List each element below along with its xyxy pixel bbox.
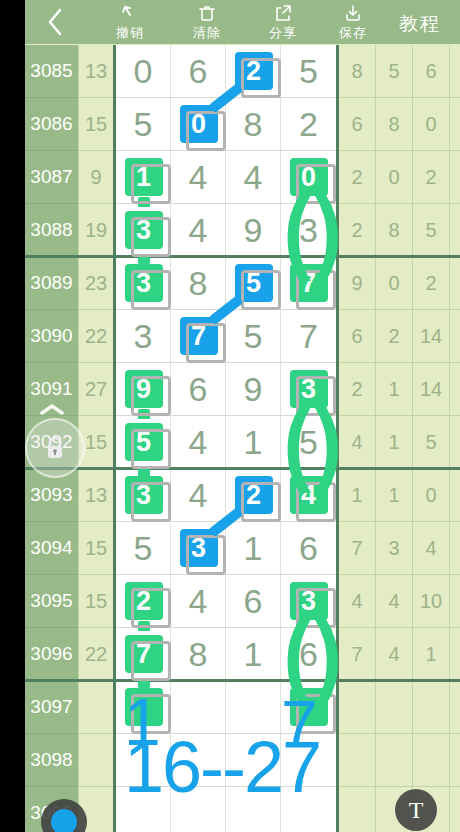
digit-cell[interactable] bbox=[281, 257, 336, 310]
digit-cell[interactable] bbox=[171, 310, 226, 363]
issue-number: 3086 bbox=[25, 98, 78, 151]
undo-button[interactable]: 撤销 bbox=[98, 3, 162, 42]
digit-cell[interactable] bbox=[116, 363, 171, 416]
digit-cell[interactable] bbox=[281, 575, 336, 628]
save-label: 保存 bbox=[321, 24, 385, 42]
stat-cell bbox=[376, 734, 413, 787]
digit-cell[interactable] bbox=[171, 522, 226, 575]
sum-value: 13 bbox=[78, 45, 113, 98]
digit-cell[interactable]: 1 bbox=[226, 416, 281, 469]
issue-number: 3091 bbox=[25, 363, 78, 416]
stat-cell: 0 bbox=[413, 98, 450, 151]
digit-cell[interactable]: 4 bbox=[171, 204, 226, 257]
digit-cell[interactable] bbox=[116, 151, 171, 204]
digit-cell[interactable]: 9 bbox=[226, 204, 281, 257]
stat-cell: 2 bbox=[339, 363, 376, 416]
trend-chart-grid: 3085130658563086155826803087944202308819… bbox=[25, 45, 460, 832]
digit-cell[interactable] bbox=[116, 204, 171, 257]
digit-cell[interactable] bbox=[116, 469, 171, 522]
digit-cell[interactable]: 6 bbox=[171, 363, 226, 416]
chevron-left-icon bbox=[45, 7, 65, 37]
stat-cell: 0 bbox=[413, 469, 450, 522]
issue-number: 3089 bbox=[25, 257, 78, 310]
stat-cell: 2 bbox=[413, 257, 450, 310]
sum-value: 27 bbox=[78, 363, 113, 416]
issue-number: 3095 bbox=[25, 575, 78, 628]
blue-color-dot bbox=[51, 809, 77, 832]
chart-row: 308513065856 bbox=[25, 45, 460, 98]
digit-cell[interactable]: 9 bbox=[226, 363, 281, 416]
cut-column-stub bbox=[450, 734, 460, 787]
digit-cell[interactable] bbox=[171, 98, 226, 151]
digit-cell[interactable] bbox=[226, 45, 281, 98]
stat-cell: 1 bbox=[339, 469, 376, 522]
digit-cell[interactable] bbox=[226, 734, 281, 787]
digit-cell[interactable]: 1 bbox=[226, 522, 281, 575]
chart-row: 309127692114 bbox=[25, 363, 460, 416]
back-button[interactable] bbox=[45, 7, 65, 37]
sum-value bbox=[78, 681, 113, 734]
sum-value: 15 bbox=[78, 575, 113, 628]
stat-cell: 8 bbox=[339, 45, 376, 98]
stat-cell: 6 bbox=[339, 310, 376, 363]
cut-column-stub bbox=[450, 204, 460, 257]
chart-row: 308819493285 bbox=[25, 204, 460, 257]
stat-cell bbox=[413, 734, 450, 787]
stat-cell: 1 bbox=[376, 469, 413, 522]
stat-cell: 4 bbox=[339, 575, 376, 628]
digit-cell[interactable] bbox=[226, 257, 281, 310]
stat-cell: 5 bbox=[413, 416, 450, 469]
sum-value: 15 bbox=[78, 98, 113, 151]
clear-button[interactable]: 清除 bbox=[175, 3, 239, 42]
stat-cell: 2 bbox=[339, 151, 376, 204]
digit-cell[interactable] bbox=[116, 628, 171, 681]
issue-number: 3085 bbox=[25, 45, 78, 98]
save-button[interactable]: 保存 bbox=[321, 3, 385, 42]
chart-row: 3087944202 bbox=[25, 151, 460, 204]
chart-row: 309415516734 bbox=[25, 522, 460, 575]
issue-number: 3096 bbox=[25, 628, 78, 681]
cut-column-stub bbox=[450, 151, 460, 204]
stat-cell: 9 bbox=[339, 257, 376, 310]
top-toolbar: 撤销 清除 分享 保存 教程 bbox=[25, 0, 460, 44]
sum-value: 23 bbox=[78, 257, 113, 310]
chart-row: 3090223576214 bbox=[25, 310, 460, 363]
digit-cell[interactable]: 4 bbox=[171, 416, 226, 469]
cut-column-stub bbox=[450, 310, 460, 363]
issue-number: 3088 bbox=[25, 204, 78, 257]
stat-cell: 2 bbox=[339, 204, 376, 257]
stat-cell: 0 bbox=[376, 257, 413, 310]
digit-cell[interactable] bbox=[281, 681, 336, 734]
chart-row: 3098 bbox=[25, 734, 460, 787]
share-label: 分享 bbox=[251, 24, 315, 42]
cut-column-stub bbox=[450, 628, 460, 681]
digit-cell[interactable] bbox=[281, 787, 336, 832]
digit-cell[interactable] bbox=[226, 787, 281, 832]
stat-cell: 4 bbox=[376, 628, 413, 681]
stat-cell: 4 bbox=[339, 416, 376, 469]
digit-cell[interactable] bbox=[116, 257, 171, 310]
lock-button[interactable] bbox=[25, 418, 85, 478]
digit-cell[interactable]: 3 bbox=[281, 204, 336, 257]
cut-column-stub bbox=[450, 681, 460, 734]
digit-cell[interactable] bbox=[116, 575, 171, 628]
digit-cell[interactable]: 8 bbox=[171, 628, 226, 681]
app-screen: 撤销 清除 分享 保存 教程 3085130658563086155826803… bbox=[0, 0, 460, 832]
stat-cell bbox=[413, 681, 450, 734]
sum-value bbox=[78, 734, 113, 787]
chart-row: 308615582680 bbox=[25, 98, 460, 151]
cut-column-stub bbox=[450, 257, 460, 310]
stat-cell: 14 bbox=[413, 363, 450, 416]
text-tool-label: T bbox=[409, 797, 424, 824]
digit-cell[interactable]: 1 bbox=[226, 628, 281, 681]
chart-row: 309515464410 bbox=[25, 575, 460, 628]
digit-cell[interactable]: 2 bbox=[281, 98, 336, 151]
cut-column-stub bbox=[450, 575, 460, 628]
save-icon bbox=[343, 3, 363, 23]
digit-cell[interactable]: 6 bbox=[226, 575, 281, 628]
chart-row: 3093134110 bbox=[25, 469, 460, 522]
digit-cell[interactable]: 4 bbox=[226, 151, 281, 204]
digit-cell[interactable] bbox=[171, 681, 226, 734]
digit-cell[interactable] bbox=[116, 416, 171, 469]
digit-cell[interactable]: 5 bbox=[116, 522, 171, 575]
issue-number: 3097 bbox=[25, 681, 78, 734]
cut-column-stub bbox=[450, 363, 460, 416]
text-tool-button[interactable]: T bbox=[395, 789, 437, 831]
digit-cell[interactable]: 6 bbox=[281, 522, 336, 575]
stat-cell: 6 bbox=[413, 45, 450, 98]
sum-value: 9 bbox=[78, 151, 113, 204]
chart-row: 309215415415 bbox=[25, 416, 460, 469]
stat-cell bbox=[339, 787, 376, 832]
digit-cell[interactable] bbox=[171, 734, 226, 787]
digit-cell[interactable]: 8 bbox=[171, 257, 226, 310]
digit-cell[interactable]: 8 bbox=[226, 98, 281, 151]
stat-cell bbox=[339, 681, 376, 734]
undo-icon bbox=[120, 3, 140, 23]
digit-cell[interactable]: 5 bbox=[226, 310, 281, 363]
issue-number: 3087 bbox=[25, 151, 78, 204]
stat-cell: 2 bbox=[413, 151, 450, 204]
digit-cell[interactable]: 4 bbox=[171, 151, 226, 204]
digit-cell[interactable] bbox=[116, 787, 171, 832]
digit-cell[interactable]: 5 bbox=[281, 416, 336, 469]
stat-cell bbox=[376, 681, 413, 734]
stat-cell: 1 bbox=[376, 363, 413, 416]
sum-value: 19 bbox=[78, 204, 113, 257]
digit-cell[interactable]: 5 bbox=[281, 45, 336, 98]
sum-value: 22 bbox=[78, 310, 113, 363]
digit-cell[interactable]: 0 bbox=[116, 45, 171, 98]
cut-column-stub bbox=[450, 416, 460, 469]
stat-cell: 5 bbox=[413, 204, 450, 257]
chart-row: 3089238902 bbox=[25, 257, 460, 310]
digit-cell[interactable]: 4 bbox=[171, 575, 226, 628]
issue-number: 3098 bbox=[25, 734, 78, 787]
digit-cell[interactable] bbox=[116, 734, 171, 787]
digit-cell[interactable] bbox=[226, 681, 281, 734]
chart-row: 3097 bbox=[25, 681, 460, 734]
lock-icon bbox=[43, 435, 67, 461]
digit-cell[interactable]: 7 bbox=[281, 310, 336, 363]
issue-number: 3094 bbox=[25, 522, 78, 575]
stat-cell: 5 bbox=[376, 45, 413, 98]
cut-column-stub bbox=[450, 469, 460, 522]
digit-cell[interactable]: 6 bbox=[281, 628, 336, 681]
stat-cell: 3 bbox=[376, 522, 413, 575]
digit-cell[interactable]: 4 bbox=[171, 469, 226, 522]
stat-cell: 8 bbox=[376, 204, 413, 257]
stat-cell: 1 bbox=[413, 628, 450, 681]
clear-label: 清除 bbox=[175, 24, 239, 42]
digit-cell[interactable]: 3 bbox=[116, 310, 171, 363]
stat-cell: 0 bbox=[376, 151, 413, 204]
digit-cell[interactable] bbox=[281, 151, 336, 204]
sum-value: 13 bbox=[78, 469, 113, 522]
stat-cell: 4 bbox=[413, 522, 450, 575]
stat-cell: 2 bbox=[376, 310, 413, 363]
stat-cell: 1 bbox=[376, 416, 413, 469]
digit-cell[interactable] bbox=[116, 681, 171, 734]
sum-value: 15 bbox=[78, 522, 113, 575]
share-icon bbox=[273, 3, 293, 23]
trash-icon bbox=[197, 3, 217, 23]
digit-cell[interactable] bbox=[281, 363, 336, 416]
stat-cell: 8 bbox=[376, 98, 413, 151]
stat-cell: 7 bbox=[339, 628, 376, 681]
digit-cell[interactable]: 6 bbox=[171, 45, 226, 98]
stat-cell bbox=[339, 734, 376, 787]
stat-cell: 10 bbox=[413, 575, 450, 628]
digit-cell[interactable] bbox=[281, 469, 336, 522]
stat-cell: 14 bbox=[413, 310, 450, 363]
undo-label: 撤销 bbox=[98, 24, 162, 42]
digit-cell[interactable]: 5 bbox=[116, 98, 171, 151]
cut-column-stub bbox=[450, 45, 460, 98]
digit-cell[interactable] bbox=[171, 787, 226, 832]
digit-cell[interactable] bbox=[226, 469, 281, 522]
sum-value: 22 bbox=[78, 628, 113, 681]
stat-cell: 7 bbox=[339, 522, 376, 575]
letterbox-strip bbox=[0, 0, 25, 832]
tutorial-button[interactable]: 教程 bbox=[385, 11, 455, 37]
chart-row: 309622816741 bbox=[25, 628, 460, 681]
issue-number: 3090 bbox=[25, 310, 78, 363]
digit-cell[interactable] bbox=[281, 734, 336, 787]
cut-column-stub bbox=[450, 787, 460, 832]
stat-cell: 6 bbox=[339, 98, 376, 151]
stat-cell: 4 bbox=[376, 575, 413, 628]
cut-column-stub bbox=[450, 522, 460, 575]
share-button[interactable]: 分享 bbox=[251, 3, 315, 42]
cut-column-stub bbox=[450, 98, 460, 151]
